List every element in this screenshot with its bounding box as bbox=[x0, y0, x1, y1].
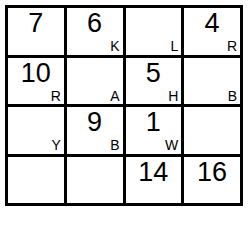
cell-number: 6 bbox=[67, 9, 123, 39]
cell-number: 4 bbox=[184, 9, 240, 39]
grid-cell-r1c1: A bbox=[67, 58, 123, 105]
grid-cell-r2c1: 9B bbox=[67, 107, 123, 154]
cell-letter: R bbox=[227, 39, 237, 54]
grid-cell-r0c0: 7 bbox=[8, 8, 64, 55]
cell-number: 1 bbox=[126, 108, 182, 138]
grid-cell-r3c0 bbox=[8, 157, 64, 204]
cell-letter: Y bbox=[51, 138, 60, 153]
grid-cell-r3c3: 16 bbox=[184, 157, 240, 204]
cell-letter: K bbox=[110, 39, 119, 54]
cell-letter: H bbox=[168, 89, 178, 104]
grid-cell-r2c0: Y bbox=[8, 107, 64, 154]
cell-letter: W bbox=[165, 138, 178, 153]
grid-cell-r1c3: B bbox=[184, 58, 240, 105]
cell-number: 9 bbox=[67, 108, 123, 138]
grid-cell-r0c2: L bbox=[126, 8, 182, 55]
cell-number: 5 bbox=[126, 59, 182, 89]
grid-cell-r2c3 bbox=[184, 107, 240, 154]
cell-letter: L bbox=[170, 39, 178, 54]
cell-letter: A bbox=[110, 89, 119, 104]
grid-cell-r1c2: 5H bbox=[126, 58, 182, 105]
cell-number: 10 bbox=[8, 59, 64, 89]
grid-cell-r3c1 bbox=[67, 157, 123, 204]
cell-letter: B bbox=[228, 89, 237, 104]
cell-number: 16 bbox=[184, 158, 240, 188]
cell-number: 7 bbox=[8, 9, 64, 39]
grid-cell-r2c2: 1W bbox=[126, 107, 182, 154]
cell-number: 14 bbox=[126, 158, 182, 188]
grid-cell-r1c0: 10R bbox=[8, 58, 64, 105]
puzzle-page: 76KL4R10RA5HBY9B1W1416 bbox=[0, 0, 250, 250]
grid-cell-r3c2: 14 bbox=[126, 157, 182, 204]
grid-cell-r0c1: 6K bbox=[67, 8, 123, 55]
cell-letter: R bbox=[51, 89, 61, 104]
cell-letter: B bbox=[110, 138, 119, 153]
board: 76KL4R10RA5HBY9B1W1416 bbox=[5, 5, 243, 206]
grid-cell-r0c3: 4R bbox=[184, 8, 240, 55]
